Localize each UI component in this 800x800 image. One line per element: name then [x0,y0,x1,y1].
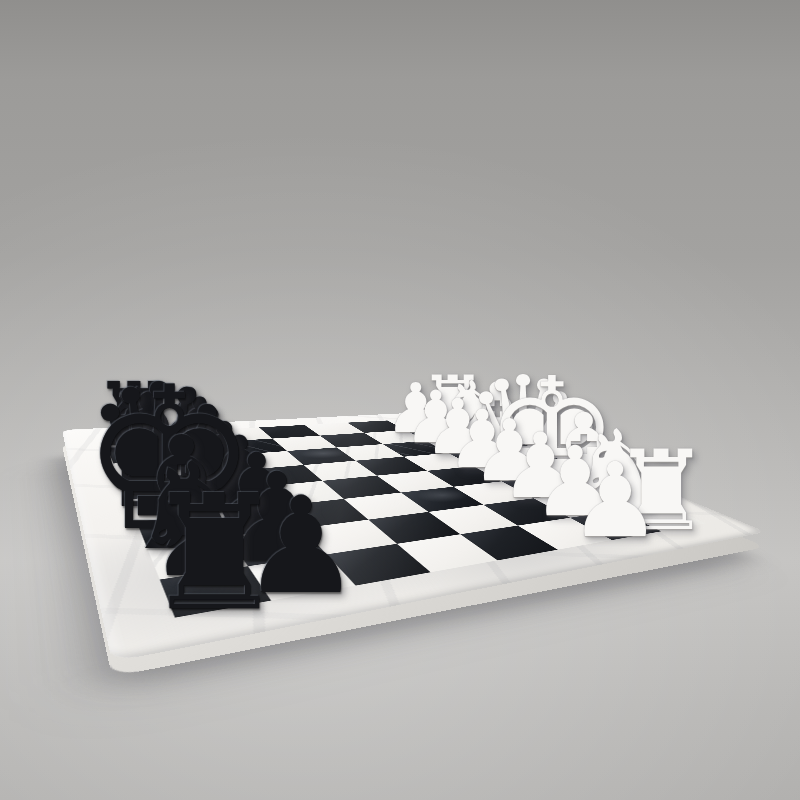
studio-background: ♜♞♝♛♚♝♞♜♟♟♟♟♟♟♟♟♟♟♟♟♟♟♟♟♜♞♝♛♚♝♞♜ [0,0,800,800]
board-squares-grid [102,416,706,617]
chess-scene: ♜♞♝♛♚♝♞♜♟♟♟♟♟♟♟♟♟♟♟♟♟♟♟♟♜♞♝♛♚♝♞♜ [0,0,800,800]
